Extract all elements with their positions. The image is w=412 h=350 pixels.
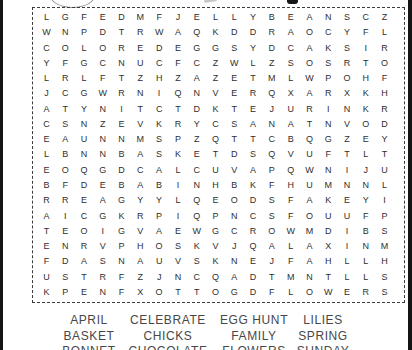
grid-cell-r6c5: R [112, 86, 131, 101]
grid-cell-r8c1: C [37, 117, 56, 132]
grid-cell-r2c6: R [131, 25, 150, 40]
grid-cell-r5c2: R [56, 71, 75, 86]
grid-cell-r13c18: Y [356, 193, 375, 208]
grid-cell-r18c15: N [300, 269, 319, 284]
grid-cell-r8c3: N [75, 117, 94, 132]
grid-cell-r19c19: S [375, 285, 394, 300]
grid-cell-r1c18: C [356, 10, 375, 25]
grid-cell-r11c8: L [169, 163, 188, 178]
grid-cell-r17c13: J [262, 254, 281, 269]
grid-cell-r6c15: A [300, 86, 319, 101]
grid-cell-r3c17: S [338, 41, 357, 56]
grid-cell-r1c9: E [187, 10, 206, 25]
grid-cell-r10c14: V [281, 147, 300, 162]
grid-cell-r10c5: B [112, 147, 131, 162]
grid-cell-r10c8: K [169, 147, 188, 162]
grid-cell-r7c9: D [187, 102, 206, 117]
grid-cell-r7c19: R [375, 102, 394, 117]
grid-cell-r9c11: T [225, 132, 244, 147]
grid-cell-r14c3: C [75, 208, 94, 223]
grid-cell-r18c19: S [375, 269, 394, 284]
grid-cell-r13c17: E [338, 193, 357, 208]
grid-cell-r13c11: O [225, 193, 244, 208]
grid-cell-r15c17: I [338, 224, 357, 239]
grid-cell-r1c15: A [300, 10, 319, 25]
grid-cell-r16c1: E [37, 239, 56, 254]
grid-cell-r17c17: L [338, 254, 357, 269]
grid-cell-r6c6: N [131, 86, 150, 101]
grid-cell-r7c16: I [319, 102, 338, 117]
grid-cell-r9c10: Q [206, 132, 225, 147]
grid-cell-r3c19: R [375, 41, 394, 56]
grid-cell-r4c13: Z [262, 56, 281, 71]
word-list-item: LILIES [273, 313, 373, 329]
grid-cell-r1c1: L [37, 10, 56, 25]
grid-cell-r5c13: M [262, 71, 281, 86]
grid-cell-r9c8: P [169, 132, 188, 147]
grid-cell-r12c16: M [319, 178, 338, 193]
grid-cell-r3c11: S [225, 41, 244, 56]
grid-cell-r6c3: G [75, 86, 94, 101]
grid-cell-r12c17: N [338, 178, 357, 193]
grid-cell-r12c8: I [169, 178, 188, 193]
grid-cell-r15c5: G [112, 224, 131, 239]
grid-cell-r14c8: I [169, 208, 188, 223]
grid-cell-r19c17: E [338, 285, 357, 300]
grid-cell-r12c7: B [150, 178, 169, 193]
grid-cell-r8c19: D [375, 117, 394, 132]
grid-cell-r16c5: P [112, 239, 131, 254]
grid-cell-r3c14: C [281, 41, 300, 56]
grid-cell-r5c15: W [300, 71, 319, 86]
grid-cell-r14c17: U [338, 208, 357, 223]
grid-cell-r15c3: O [75, 224, 94, 239]
grid-cell-r16c16: X [319, 239, 338, 254]
grid-cell-r16c10: V [206, 239, 225, 254]
grid-cell-r12c3: D [75, 178, 94, 193]
grid-cell-r8c14: A [281, 117, 300, 132]
grid-cell-r7c3: Y [75, 102, 94, 117]
grid-cell-r13c5: G [112, 193, 131, 208]
word-list-item: CHICKS [118, 329, 218, 345]
grid-cell-r15c13: O [262, 224, 281, 239]
grid-cell-r9c13: C [262, 132, 281, 147]
grid-cell-r15c16: D [319, 224, 338, 239]
grid-cell-r2c5: T [112, 25, 131, 40]
grid-cell-r16c17: I [338, 239, 357, 254]
grid-cell-r16c6: H [131, 239, 150, 254]
grid-cell-r12c11: B [225, 178, 244, 193]
grid-cell-r8c6: V [131, 117, 150, 132]
grid-cell-r1c2: G [56, 10, 75, 25]
grid-cell-r18c10: Q [206, 269, 225, 284]
grid-cell-r19c3: E [75, 285, 94, 300]
grid-cell-r11c13: P [262, 163, 281, 178]
grid-cell-r9c1: E [37, 132, 56, 147]
grid-cell-r3c8: E [169, 41, 188, 56]
grid-cell-r11c14: Q [281, 163, 300, 178]
grid-cell-r14c6: R [131, 208, 150, 223]
grid-cell-r19c10: O [206, 285, 225, 300]
grid-cell-r7c8: T [169, 102, 188, 117]
grid-cell-r12c5: B [112, 178, 131, 193]
grid-cell-r13c12: D [244, 193, 263, 208]
grid-cell-r4c2: F [56, 56, 75, 71]
grid-cell-r9c14: B [281, 132, 300, 147]
grid-cell-r12c10: H [206, 178, 225, 193]
grid-cell-r19c5: F [112, 285, 131, 300]
grid-cell-r18c5: F [112, 269, 131, 284]
grid-cell-r18c8: N [169, 269, 188, 284]
grid-cell-r4c15: O [300, 56, 319, 71]
grid-cell-r5c18: H [356, 71, 375, 86]
grid-cell-r7c7: C [150, 102, 169, 117]
grid-cell-r3c18: I [356, 41, 375, 56]
grid-cell-r5c7: H [150, 71, 169, 86]
grid-cell-r3c10: G [206, 41, 225, 56]
grid-cell-r13c14: F [281, 193, 300, 208]
grid-cell-r16c11: J [225, 239, 244, 254]
grid-cell-r13c7: Y [150, 193, 169, 208]
grid-cell-r8c8: R [169, 117, 188, 132]
grid-cell-r10c13: Q [262, 147, 281, 162]
grid-cell-r19c16: W [319, 285, 338, 300]
grid-cell-r9c19: Y [375, 132, 394, 147]
grid-cell-r15c14: W [281, 224, 300, 239]
grid-cell-r7c1: A [37, 102, 56, 117]
grid-cell-r8c9: Y [187, 117, 206, 132]
grid-cell-r10c10: T [206, 147, 225, 162]
grid-cell-r17c6: A [131, 254, 150, 269]
grid-cell-r11c9: C [187, 163, 206, 178]
grid-cell-r15c18: B [356, 224, 375, 239]
grid-cell-r14c14: F [281, 208, 300, 223]
grid-cell-r10c17: T [338, 147, 357, 162]
grid-cell-r14c10: P [206, 208, 225, 223]
grid-cell-r19c9: T [187, 285, 206, 300]
grid-cell-r1c11: L [225, 10, 244, 25]
grid-cell-r7c11: T [225, 102, 244, 117]
grid-cell-r17c3: A [75, 254, 94, 269]
grid-cell-r10c3: N [75, 147, 94, 162]
grid-cell-r13c9: Q [187, 193, 206, 208]
grid-cell-r3c3: L [75, 41, 94, 56]
grid-cell-r11c16: N [319, 163, 338, 178]
grid-cell-r4c4: C [93, 56, 112, 71]
grid-cell-r6c19: H [375, 86, 394, 101]
grid-cell-r5c17: O [338, 71, 357, 86]
clipped-title-letter-fragment [287, 0, 298, 4]
grid-cell-r19c4: N [93, 285, 112, 300]
grid-cell-r6c16: R [319, 86, 338, 101]
grid-cell-r7c4: N [93, 102, 112, 117]
grid-cell-r8c12: A [244, 117, 263, 132]
grid-cell-r16c19: M [375, 239, 394, 254]
grid-cell-r16c4: V [93, 239, 112, 254]
grid-cell-r2c14: A [281, 25, 300, 40]
grid-cell-r13c8: L [169, 193, 188, 208]
grid-cell-r8c17: V [338, 117, 357, 132]
grid-cell-r15c7: A [150, 224, 169, 239]
grid-cell-r5c9: A [187, 71, 206, 86]
grid-cell-r11c10: U [206, 163, 225, 178]
grid-cell-r3c12: Y [244, 41, 263, 56]
grid-cell-r14c4: G [93, 208, 112, 223]
grid-cell-r4c7: C [150, 56, 169, 71]
grid-cell-r9c17: Z [338, 132, 357, 147]
grid-cell-r9c18: E [356, 132, 375, 147]
grid-cell-r14c1: A [37, 208, 56, 223]
grid-cell-r4c9: C [187, 56, 206, 71]
grid-cell-r8c15: T [300, 117, 319, 132]
grid-cell-r10c7: S [150, 147, 169, 162]
grid-cell-r2c19: L [375, 25, 394, 40]
grid-cell-r14c13: S [262, 208, 281, 223]
grid-cell-r14c5: K [112, 208, 131, 223]
grid-cell-r12c13: F [262, 178, 281, 193]
grid-cell-r13c19: I [375, 193, 394, 208]
grid-cell-r19c15: O [300, 285, 319, 300]
grid-cell-r5c6: Z [131, 71, 150, 86]
grid-cell-r11c19: U [375, 163, 394, 178]
grid-cell-r5c1: L [37, 71, 56, 86]
grid-cell-r9c5: N [112, 132, 131, 147]
grid-cell-r4c12: L [244, 56, 263, 71]
grid-cell-r9c2: A [56, 132, 75, 147]
grid-cell-r2c7: W [150, 25, 169, 40]
grid-cell-r9c7: S [150, 132, 169, 147]
grid-cell-r8c11: S [225, 117, 244, 132]
grid-cell-r7c12: E [244, 102, 263, 117]
grid-cell-r17c1: F [37, 254, 56, 269]
grid-cell-r18c18: L [356, 269, 375, 284]
grid-cell-r12c2: F [56, 178, 75, 193]
grid-cell-r2c12: D [244, 25, 263, 40]
grid-cell-r17c5: N [112, 254, 131, 269]
grid-cell-r19c2: P [56, 285, 75, 300]
grid-cell-r16c7: O [150, 239, 169, 254]
grid-cell-r8c5: E [112, 117, 131, 132]
word-list-item: SUNDAY [273, 344, 373, 350]
grid-cell-r5c10: Z [206, 71, 225, 86]
grid-cell-r14c18: F [356, 208, 375, 223]
grid-cell-r15c9: W [187, 224, 206, 239]
word-list-item: CHOCOLATE [118, 344, 218, 350]
grid-cell-r10c11: D [225, 147, 244, 162]
grid-cell-r9c16: G [319, 132, 338, 147]
grid-cell-r17c12: E [244, 254, 263, 269]
grid-cell-r14c2: I [56, 208, 75, 223]
grid-cell-r2c2: N [56, 25, 75, 40]
grid-cell-r4c8: F [169, 56, 188, 71]
grid-cell-r2c9: Q [187, 25, 206, 40]
grid-cell-r8c10: C [206, 117, 225, 132]
grid-cell-r2c3: P [75, 25, 94, 40]
grid-cell-r17c10: K [206, 254, 225, 269]
grid-cell-r13c1: R [37, 193, 56, 208]
grid-cell-r8c13: N [262, 117, 281, 132]
grid-cell-r4c19: O [375, 56, 394, 71]
grid-cell-r2c1: W [37, 25, 56, 40]
grid-cell-r4c11: W [225, 56, 244, 71]
grid-cell-r2c16: C [319, 25, 338, 40]
grid-cell-r7c13: J [262, 102, 281, 117]
grid-cell-r1c3: F [75, 10, 94, 25]
grid-cell-r7c15: R [300, 102, 319, 117]
grid-cell-r15c6: V [131, 224, 150, 239]
grid-cell-r11c3: Q [75, 163, 94, 178]
grid-cell-r3c1: C [37, 41, 56, 56]
grid-cell-r2c18: F [356, 25, 375, 40]
grid-cell-r17c8: V [169, 254, 188, 269]
grid-cell-r8c16: N [319, 117, 338, 132]
grid-cell-r18c3: T [75, 269, 94, 284]
grid-cell-r5c12: T [244, 71, 263, 86]
grid-cell-r15c19: S [375, 224, 394, 239]
left-edge-bar [0, 0, 3, 350]
grid-cell-r13c2: R [56, 193, 75, 208]
word-list-item: SPRING [273, 329, 373, 345]
grid-cell-r1c19: Z [375, 10, 394, 25]
grid-cell-r18c1: U [37, 269, 56, 284]
grid-cell-r5c3: L [75, 71, 94, 86]
clipped-title-stroke-fragment [204, 0, 217, 3]
grid-cell-r12c4: E [93, 178, 112, 193]
grid-cell-r16c8: S [169, 239, 188, 254]
word-list-item: CELEBRATE [118, 313, 218, 329]
grid-cell-r19c7: O [150, 285, 169, 300]
word-list-column-4: LILIESSPRINGSUNDAY [273, 313, 373, 350]
grid-cell-r14c16: U [319, 208, 338, 223]
grid-cell-r16c13: A [262, 239, 281, 254]
grid-cell-r9c4: N [93, 132, 112, 147]
grid-cell-r14c11: N [225, 208, 244, 223]
grid-cell-r3c2: O [56, 41, 75, 56]
grid-cell-r16c9: K [187, 239, 206, 254]
grid-cell-r18c14: M [281, 269, 300, 284]
grid-cell-r15c4: I [93, 224, 112, 239]
grid-cell-r17c14: F [281, 254, 300, 269]
grid-cell-r11c7: A [150, 163, 169, 178]
grid-cell-r18c11: A [225, 269, 244, 284]
grid-cell-r1c5: D [112, 10, 131, 25]
grid-cell-r1c17: S [338, 10, 357, 25]
grid-cell-r13c3: E [75, 193, 94, 208]
grid-cell-r12c9: N [187, 178, 206, 193]
grid-cell-r16c2: N [56, 239, 75, 254]
grid-cell-r7c18: K [356, 102, 375, 117]
grid-cell-r14c9: Q [187, 208, 206, 223]
worksheet-page: LGFEDMFJELLYBEANSCZWNPDTRWAQKDDRAOCYFLCO… [0, 0, 412, 350]
grid-cell-r7c17: N [338, 102, 357, 117]
grid-cell-r15c15: M [300, 224, 319, 239]
grid-cell-r12c6: A [131, 178, 150, 193]
grid-cell-r10c19: T [375, 147, 394, 162]
word-list-column-2: CELEBRATECHICKSCHOCOLATE [118, 313, 218, 350]
grid-cell-r9c9: Z [187, 132, 206, 147]
grid-cell-r3c6: E [131, 41, 150, 56]
grid-cell-r3c15: A [300, 41, 319, 56]
grid-cell-r18c6: Z [131, 269, 150, 284]
grid-cell-r4c14: S [281, 56, 300, 71]
grid-cell-r15c2: E [56, 224, 75, 239]
grid-cell-r11c15: W [300, 163, 319, 178]
grid-cell-r16c14: L [281, 239, 300, 254]
grid-cell-r6c8: Q [169, 86, 188, 101]
grid-cell-r18c9: C [187, 269, 206, 284]
grid-cell-r1c14: E [281, 10, 300, 25]
grid-cell-r13c16: K [319, 193, 338, 208]
grid-cell-r6c11: E [225, 86, 244, 101]
grid-cell-r1c8: J [169, 10, 188, 25]
grid-cell-r5c16: P [319, 71, 338, 86]
grid-cell-r19c11: G [225, 285, 244, 300]
grid-cell-r11c17: I [338, 163, 357, 178]
grid-cell-r15c10: G [206, 224, 225, 239]
grid-cell-r13c15: A [300, 193, 319, 208]
grid-cell-r10c1: L [37, 147, 56, 162]
grid-cell-r6c13: Q [262, 86, 281, 101]
grid-cell-r1c7: F [150, 10, 169, 25]
grid-cell-r1c13: B [262, 10, 281, 25]
grid-cell-r7c6: T [131, 102, 150, 117]
grid-cell-r18c4: R [93, 269, 112, 284]
grid-cell-r12c15: U [300, 178, 319, 193]
grid-cell-r11c6: C [131, 163, 150, 178]
grid-cell-r3c16: K [319, 41, 338, 56]
grid-cell-r8c18: O [356, 117, 375, 132]
grid-cell-r18c16: T [319, 269, 338, 284]
grid-cell-r9c12: T [244, 132, 263, 147]
grid-cell-r16c15: A [300, 239, 319, 254]
grid-cell-r7c5: I [112, 102, 131, 117]
right-edge-bar [408, 0, 412, 350]
grid-cell-r10c15: U [300, 147, 319, 162]
grid-cell-r12c14: H [281, 178, 300, 193]
grid-cell-r17c9: S [187, 254, 206, 269]
grid-cell-r2c17: Y [338, 25, 357, 40]
grid-cell-r6c2: C [56, 86, 75, 101]
grid-cell-r11c11: V [225, 163, 244, 178]
grid-cell-r17c16: H [319, 254, 338, 269]
grid-cell-r19c1: K [37, 285, 56, 300]
grid-cell-r12c19: L [375, 178, 394, 193]
grid-cell-r12c18: N [356, 178, 375, 193]
grid-cell-r7c10: K [206, 102, 225, 117]
grid-cell-r10c4: N [93, 147, 112, 162]
grid-cell-r10c9: E [187, 147, 206, 162]
grid-cell-r11c12: A [244, 163, 263, 178]
grid-cell-r17c7: U [150, 254, 169, 269]
grid-cell-r1c16: N [319, 10, 338, 25]
grid-cell-r3c9: G [187, 41, 206, 56]
grid-cell-r18c12: D [244, 269, 263, 284]
grid-cell-r2c13: R [262, 25, 281, 40]
grid-cell-r14c15: O [300, 208, 319, 223]
grid-cell-r17c18: L [356, 254, 375, 269]
grid-cell-r2c8: A [169, 25, 188, 40]
grid-cell-r15c11: C [225, 224, 244, 239]
grid-cell-r19c12: D [244, 285, 263, 300]
grid-cell-r17c4: S [93, 254, 112, 269]
grid-cell-r4c3: G [75, 56, 94, 71]
grid-cell-r5c11: E [225, 71, 244, 86]
word-search-grid: LGFEDMFJELLYBEANSCZWNPDTRWAQKDDRAOCYFLCO… [32, 7, 405, 303]
grid-cell-r5c8: Z [169, 71, 188, 86]
grid-cell-r18c7: J [150, 269, 169, 284]
grid-cell-r5c4: F [93, 71, 112, 86]
grid-cell-r11c4: G [93, 163, 112, 178]
